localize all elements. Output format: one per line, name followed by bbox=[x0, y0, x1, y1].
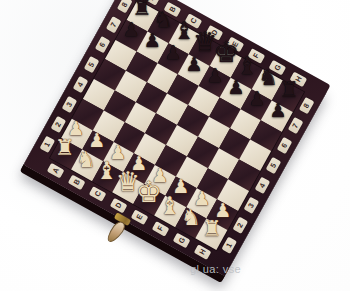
white-pawn-a2: ♟ bbox=[67, 119, 84, 138]
file-label-h-back-text: H bbox=[294, 75, 303, 83]
white-bishop-f1: ♝ bbox=[159, 194, 181, 218]
rank-label-8-left-text: 8 bbox=[120, 1, 128, 8]
file-label-h-front-text: H bbox=[198, 248, 207, 256]
file-label-d-back-text: D bbox=[210, 29, 219, 37]
white-rook-h1: ♜ bbox=[202, 218, 222, 240]
product-photo: AABBCCDDEEFFGGHH1122334455667788 ♜♞♝♛♚♝♞… bbox=[0, 0, 350, 291]
white-pawn-b2: ♟ bbox=[88, 131, 105, 150]
black-pawn-a7: ♟ bbox=[123, 20, 140, 39]
file-label-c-front-text: C bbox=[93, 190, 102, 198]
rank-label-2-right-text: 2 bbox=[236, 222, 244, 229]
white-queen-d1: ♛ bbox=[116, 168, 140, 195]
rank-label-1-right-text: 1 bbox=[225, 242, 233, 249]
black-pawn-f7: ♟ bbox=[228, 78, 245, 97]
file-label-b-front-text: B bbox=[72, 178, 81, 186]
file-label-e-front-text: E bbox=[135, 213, 144, 221]
file-label-g-front-text: G bbox=[177, 236, 186, 244]
rank-label-1-left-text: 1 bbox=[43, 141, 51, 148]
file-label-a-back-text: A bbox=[147, 0, 156, 2]
file-label-f-back-text: F bbox=[252, 52, 261, 59]
rank-label-3-right-text: 3 bbox=[247, 202, 255, 209]
white-knight-g1: ♞ bbox=[181, 207, 201, 229]
white-pawn-e2: ♟ bbox=[151, 166, 168, 185]
white-pawn-h2: ♟ bbox=[214, 201, 231, 220]
white-pawn-d2: ♟ bbox=[130, 154, 147, 173]
white-pawn-c2: ♟ bbox=[109, 143, 126, 162]
rank-label-7-left-text: 7 bbox=[109, 21, 117, 28]
white-bishop-c1: ♝ bbox=[96, 159, 118, 183]
white-pawn-f2: ♟ bbox=[172, 177, 189, 196]
black-pawn-e7: ♟ bbox=[207, 66, 224, 85]
brass-latch-icon bbox=[100, 212, 132, 251]
rank-label-4-left-text: 4 bbox=[76, 81, 84, 88]
file-label-e-back-text: E bbox=[231, 40, 240, 48]
file-label-g-back-text: G bbox=[273, 63, 282, 71]
rank-label-4-right-text: 4 bbox=[258, 182, 266, 189]
rank-label-7-right-text: 7 bbox=[291, 122, 299, 129]
black-pawn-h7: ♟ bbox=[270, 101, 287, 120]
chess-board: AABBCCDDEEFFGGHH1122334455667788 ♜♞♝♛♚♝♞… bbox=[23, 0, 330, 276]
white-king-e1: ♚ bbox=[136, 178, 162, 207]
rank-label-5-left-text: 5 bbox=[87, 61, 95, 68]
watermark-text: gl.ua: vse bbox=[190, 263, 241, 275]
rank-label-3-left-text: 3 bbox=[65, 101, 73, 108]
rank-label-8-right-text: 8 bbox=[302, 102, 310, 109]
latch-hasp bbox=[104, 219, 127, 245]
black-pawn-d7: ♟ bbox=[186, 55, 203, 74]
file-label-c-back-text: C bbox=[189, 17, 198, 25]
file-label-a-front-text: A bbox=[51, 167, 60, 175]
rank-label-6-left-text: 6 bbox=[98, 41, 106, 48]
rank-label-2-left-text: 2 bbox=[54, 121, 62, 128]
rank-label-5-right-text: 5 bbox=[269, 162, 277, 169]
black-pawn-g7: ♟ bbox=[249, 89, 266, 108]
file-label-b-back-text: B bbox=[168, 5, 177, 13]
rank-label-6-right-text: 6 bbox=[280, 142, 288, 149]
file-label-d-front-text: D bbox=[114, 202, 123, 210]
white-rook-a1: ♜ bbox=[55, 137, 75, 159]
black-pawn-b7: ♟ bbox=[144, 31, 161, 50]
black-pawn-c7: ♟ bbox=[165, 43, 182, 62]
file-label-f-front-text: F bbox=[156, 225, 165, 232]
piece-layer: ♜♞♝♛♚♝♞♜♟♟♟♟♟♟♟♟♟♟♟♟♟♟♟♟♜♞♝♛♚♝♞♜ bbox=[49, 0, 305, 251]
white-knight-b1: ♞ bbox=[76, 149, 96, 171]
white-pawn-g2: ♟ bbox=[193, 189, 210, 208]
